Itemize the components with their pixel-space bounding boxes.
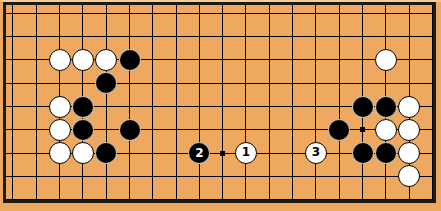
board-cell	[141, 141, 164, 164]
board-cell	[258, 25, 281, 48]
board-cell	[234, 2, 257, 25]
board-cell	[304, 95, 327, 118]
board-cell	[71, 165, 94, 188]
board-cell	[258, 72, 281, 95]
board-cell	[118, 95, 141, 118]
board-margin-right	[436, 0, 441, 211]
board-cell	[188, 72, 211, 95]
board-cell	[281, 48, 304, 71]
board-cell	[118, 2, 141, 25]
board-cell	[188, 165, 211, 188]
board-cell	[95, 25, 118, 48]
board-cell	[141, 95, 164, 118]
board-cell	[164, 2, 187, 25]
board-cell	[374, 72, 397, 95]
board-cell	[234, 25, 257, 48]
board-cell	[1, 165, 24, 188]
board-cell	[328, 25, 351, 48]
stone-black	[328, 119, 350, 141]
board-cell	[281, 165, 304, 188]
board-cell	[164, 165, 187, 188]
board-cell	[281, 118, 304, 141]
board-cell	[25, 25, 48, 48]
board-cell	[211, 2, 234, 25]
board-cell	[211, 25, 234, 48]
board-cell	[164, 141, 187, 164]
board-cell	[25, 165, 48, 188]
board-cell	[328, 2, 351, 25]
board-cell	[118, 72, 141, 95]
board-cell	[211, 72, 234, 95]
board-cell	[258, 48, 281, 71]
board-cell	[25, 95, 48, 118]
board-edge-highlight	[0, 0, 441, 2]
board-cell	[374, 165, 397, 188]
board-cell	[48, 2, 71, 25]
board-cell	[164, 95, 187, 118]
board-cell	[71, 25, 94, 48]
board-cell	[1, 2, 24, 25]
board-cell	[25, 2, 48, 25]
board-cell	[164, 118, 187, 141]
stone-white	[49, 142, 71, 164]
board-cell	[328, 165, 351, 188]
board-cell	[258, 2, 281, 25]
board-cell	[164, 72, 187, 95]
board-cell	[397, 2, 420, 25]
board-cell	[281, 95, 304, 118]
board-cell	[258, 165, 281, 188]
stone-white	[72, 49, 94, 71]
stone-white	[49, 49, 71, 71]
board-cell	[141, 118, 164, 141]
board-cell	[351, 72, 374, 95]
board-cell	[25, 48, 48, 71]
star-point	[360, 127, 365, 132]
board-cell	[1, 25, 24, 48]
board-cell	[95, 2, 118, 25]
stone-white	[95, 49, 117, 71]
board-cell	[188, 2, 211, 25]
board-cell	[164, 48, 187, 71]
board-cell	[281, 25, 304, 48]
board-cell	[95, 95, 118, 118]
board-cell	[374, 25, 397, 48]
stone-black	[352, 96, 374, 118]
board-cell	[304, 2, 327, 25]
board-cell	[304, 118, 327, 141]
board-cell	[188, 48, 211, 71]
board-cell	[234, 48, 257, 71]
board-cell	[304, 48, 327, 71]
stone-black	[72, 119, 94, 141]
board-cell	[281, 141, 304, 164]
board-cell	[397, 72, 420, 95]
board-cell	[25, 141, 48, 164]
board-cell	[48, 72, 71, 95]
board-cell	[141, 48, 164, 71]
board-cell	[304, 165, 327, 188]
board-cell	[48, 165, 71, 188]
board-cell	[234, 165, 257, 188]
board-cell	[258, 118, 281, 141]
board-cell	[95, 165, 118, 188]
stone-black	[375, 96, 397, 118]
stone-white-move-1: 1	[235, 142, 257, 164]
go-board-diagram: 213	[0, 0, 441, 211]
board-cell	[118, 165, 141, 188]
board-cell	[118, 25, 141, 48]
stone-white	[72, 142, 94, 164]
board-cell	[188, 95, 211, 118]
board-cell	[164, 25, 187, 48]
board-cell	[328, 48, 351, 71]
board-cell	[397, 25, 420, 48]
stone-white-move-3: 3	[305, 142, 327, 164]
board-cell	[118, 141, 141, 164]
board-cell	[234, 72, 257, 95]
board-cell	[1, 95, 24, 118]
board-cell	[304, 72, 327, 95]
board-cell	[211, 48, 234, 71]
board-cell	[374, 2, 397, 25]
board-cell	[25, 118, 48, 141]
stone-white	[398, 119, 420, 141]
board-cell	[211, 118, 234, 141]
board-cell	[351, 165, 374, 188]
board-cell	[351, 25, 374, 48]
board-cell	[48, 25, 71, 48]
board-cell	[188, 25, 211, 48]
stone-white	[398, 96, 420, 118]
stone-white	[49, 96, 71, 118]
board-cell	[351, 2, 374, 25]
board-cell	[328, 95, 351, 118]
board-cell	[211, 165, 234, 188]
board-cell	[1, 141, 24, 164]
stone-black	[72, 96, 94, 118]
board-cell	[1, 72, 24, 95]
board-cell	[234, 95, 257, 118]
stone-white	[49, 119, 71, 141]
board-cell	[141, 72, 164, 95]
board-cell	[281, 72, 304, 95]
board-cell	[1, 118, 24, 141]
stone-black	[119, 119, 141, 141]
board-cell	[234, 118, 257, 141]
board-cell	[141, 2, 164, 25]
board-cell	[95, 118, 118, 141]
stone-white	[375, 49, 397, 71]
board-cell	[71, 72, 94, 95]
board-cell	[25, 72, 48, 95]
board-cell	[328, 141, 351, 164]
board-cell	[304, 25, 327, 48]
board-cell	[397, 48, 420, 71]
board-cell	[211, 95, 234, 118]
board-cell	[328, 72, 351, 95]
board-cell	[1, 48, 24, 71]
star-point	[220, 151, 225, 156]
stone-black	[375, 142, 397, 164]
board-cell	[258, 141, 281, 164]
stone-white	[375, 119, 397, 141]
board-margin-bottom	[0, 203, 441, 211]
board-cell	[351, 48, 374, 71]
board-margin-left	[0, 0, 3, 211]
board-cell	[71, 2, 94, 25]
board-cell	[258, 95, 281, 118]
stone-black	[119, 49, 141, 71]
board-cell	[141, 165, 164, 188]
board-cell	[281, 2, 304, 25]
board-cell	[188, 118, 211, 141]
stone-black	[352, 142, 374, 164]
board-cell	[141, 25, 164, 48]
